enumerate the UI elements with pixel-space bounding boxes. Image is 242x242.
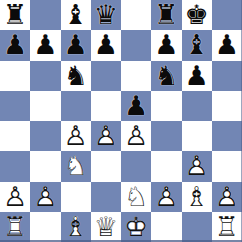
white-rook-piece[interactable]: ♜♖ <box>0 212 30 242</box>
square-a4[interactable] <box>0 121 30 151</box>
black-pawn-piece[interactable]: ♟ <box>212 30 242 60</box>
square-e3[interactable] <box>121 151 151 181</box>
square-f4[interactable] <box>151 121 181 151</box>
black-knight-piece[interactable]: ♞ <box>151 61 181 91</box>
square-g8[interactable]: ♚ <box>182 0 212 30</box>
piece-glyph-fill: ♟ <box>185 152 209 179</box>
black-pawn-piece[interactable]: ♟ <box>151 30 181 60</box>
white-knight-piece[interactable]: ♞♘ <box>121 182 151 212</box>
square-e5[interactable]: ♟ <box>121 91 151 121</box>
square-c3[interactable]: ♞♘ <box>61 151 91 181</box>
piece-glyph-fill: ♜ <box>3 1 27 28</box>
black-knight-piece[interactable]: ♞ <box>61 61 91 91</box>
piece-glyph-fill: ♟ <box>33 31 57 58</box>
square-b1[interactable] <box>30 212 60 242</box>
piece-glyph-outline: ♗ <box>185 183 209 210</box>
square-f1[interactable] <box>151 212 181 242</box>
piece-glyph-outline: ♖ <box>3 213 27 240</box>
square-a5[interactable] <box>0 91 30 121</box>
chess-board: ♜♝♛♜♚♟♟♟♟♟♝♟♞♞♟♟♟♙♟♙♟♙♞♘♟♙♟♙♟♙♞♘♟♙♝♗♟♙♜♖… <box>0 0 242 242</box>
square-a8[interactable]: ♜ <box>0 0 30 30</box>
square-e6[interactable] <box>121 61 151 91</box>
piece-glyph-outline: ♗ <box>64 213 88 240</box>
piece-glyph-fill: ♛ <box>94 213 118 240</box>
square-e1[interactable]: ♚♔ <box>121 212 151 242</box>
square-c8[interactable]: ♝ <box>61 0 91 30</box>
piece-glyph-outline: ♕ <box>94 213 118 240</box>
square-g4[interactable] <box>182 121 212 151</box>
piece-glyph-fill: ♝ <box>64 1 88 28</box>
black-rook-piece[interactable]: ♜ <box>151 0 181 30</box>
piece-glyph-outline: ♘ <box>64 152 88 179</box>
piece-glyph-fill: ♝ <box>185 183 209 210</box>
square-g6[interactable]: ♟ <box>182 61 212 91</box>
square-d6[interactable] <box>91 61 121 91</box>
black-pawn-piece[interactable]: ♟ <box>121 91 151 121</box>
square-d1[interactable]: ♛♕ <box>91 212 121 242</box>
square-f5[interactable] <box>151 91 181 121</box>
square-e8[interactable] <box>121 0 151 30</box>
square-d2[interactable] <box>91 182 121 212</box>
square-d7[interactable]: ♟ <box>91 30 121 60</box>
black-pawn-piece[interactable]: ♟ <box>91 30 121 60</box>
square-h3[interactable] <box>212 151 242 181</box>
square-f7[interactable]: ♟ <box>151 30 181 60</box>
square-h6[interactable] <box>212 61 242 91</box>
piece-glyph-fill: ♟ <box>3 31 27 58</box>
piece-glyph-fill: ♜ <box>3 213 27 240</box>
white-knight-piece[interactable]: ♞♘ <box>61 151 91 181</box>
square-g1[interactable] <box>182 212 212 242</box>
square-g2[interactable]: ♝♗ <box>182 182 212 212</box>
black-pawn-piece[interactable]: ♟ <box>182 61 212 91</box>
piece-glyph-fill: ♝ <box>185 31 209 58</box>
square-g3[interactable]: ♟♙ <box>182 151 212 181</box>
black-bishop-piece[interactable]: ♝ <box>182 30 212 60</box>
piece-glyph-outline: ♙ <box>154 183 178 210</box>
white-king-piece[interactable]: ♚♔ <box>121 212 151 242</box>
piece-glyph-fill: ♟ <box>33 183 57 210</box>
square-g5[interactable] <box>182 91 212 121</box>
piece-glyph-fill: ♟ <box>64 122 88 149</box>
square-c7[interactable]: ♟ <box>61 30 91 60</box>
piece-glyph-fill: ♟ <box>64 31 88 58</box>
piece-glyph-outline: ♙ <box>215 183 239 210</box>
piece-glyph-fill: ♟ <box>124 92 148 119</box>
white-bishop-piece[interactable]: ♝♗ <box>61 212 91 242</box>
white-pawn-piece[interactable]: ♟♙ <box>151 182 181 212</box>
square-f2[interactable]: ♟♙ <box>151 182 181 212</box>
square-h1[interactable]: ♜♖ <box>212 212 242 242</box>
square-b6[interactable] <box>30 61 60 91</box>
white-pawn-piece[interactable]: ♟♙ <box>121 121 151 151</box>
piece-glyph-outline: ♙ <box>94 122 118 149</box>
black-rook-piece[interactable]: ♜ <box>0 0 30 30</box>
piece-glyph-fill: ♟ <box>3 183 27 210</box>
square-h7[interactable]: ♟ <box>212 30 242 60</box>
black-pawn-piece[interactable]: ♟ <box>30 30 60 60</box>
piece-glyph-outline: ♔ <box>124 213 148 240</box>
square-e4[interactable]: ♟♙ <box>121 121 151 151</box>
square-e7[interactable] <box>121 30 151 60</box>
square-d3[interactable] <box>91 151 121 181</box>
piece-glyph-fill: ♚ <box>124 213 148 240</box>
white-bishop-piece[interactable]: ♝♗ <box>182 182 212 212</box>
black-pawn-piece[interactable]: ♟ <box>61 30 91 60</box>
piece-glyph-fill: ♞ <box>124 183 148 210</box>
piece-glyph-outline: ♙ <box>124 122 148 149</box>
piece-glyph-fill: ♟ <box>215 183 239 210</box>
piece-glyph-outline: ♙ <box>185 152 209 179</box>
square-c2[interactable] <box>61 182 91 212</box>
piece-glyph-fill: ♜ <box>154 1 178 28</box>
square-f8[interactable]: ♜ <box>151 0 181 30</box>
black-queen-piece[interactable]: ♛ <box>91 0 121 30</box>
piece-glyph-fill: ♟ <box>185 62 209 89</box>
square-e2[interactable]: ♞♘ <box>121 182 151 212</box>
piece-glyph-outline: ♘ <box>124 183 148 210</box>
square-g7[interactable]: ♝ <box>182 30 212 60</box>
piece-glyph-fill: ♟ <box>215 31 239 58</box>
piece-glyph-outline: ♙ <box>64 122 88 149</box>
square-c5[interactable] <box>61 91 91 121</box>
piece-glyph-fill: ♞ <box>64 152 88 179</box>
piece-glyph-fill: ♞ <box>154 62 178 89</box>
square-f3[interactable] <box>151 151 181 181</box>
white-pawn-piece[interactable]: ♟♙ <box>0 182 30 212</box>
piece-glyph-fill: ♟ <box>154 183 178 210</box>
square-d5[interactable] <box>91 91 121 121</box>
square-h8[interactable] <box>212 0 242 30</box>
black-king-piece[interactable]: ♚ <box>182 0 212 30</box>
white-rook-piece[interactable]: ♜♖ <box>212 212 242 242</box>
white-pawn-piece[interactable]: ♟♙ <box>91 121 121 151</box>
white-pawn-piece[interactable]: ♟♙ <box>30 182 60 212</box>
piece-glyph-fill: ♛ <box>94 1 118 28</box>
black-bishop-piece[interactable]: ♝ <box>61 0 91 30</box>
piece-glyph-fill: ♚ <box>185 1 209 28</box>
white-pawn-piece[interactable]: ♟♙ <box>212 182 242 212</box>
piece-glyph-fill: ♝ <box>64 213 88 240</box>
square-b4[interactable] <box>30 121 60 151</box>
square-a1[interactable]: ♜♖ <box>0 212 30 242</box>
piece-glyph-fill: ♟ <box>154 31 178 58</box>
square-d4[interactable]: ♟♙ <box>91 121 121 151</box>
white-pawn-piece[interactable]: ♟♙ <box>61 121 91 151</box>
piece-glyph-outline: ♖ <box>215 213 239 240</box>
white-pawn-piece[interactable]: ♟♙ <box>182 151 212 181</box>
piece-glyph-fill: ♟ <box>94 122 118 149</box>
square-c4[interactable]: ♟♙ <box>61 121 91 151</box>
square-b5[interactable] <box>30 91 60 121</box>
square-d8[interactable]: ♛ <box>91 0 121 30</box>
white-queen-piece[interactable]: ♛♕ <box>91 212 121 242</box>
black-pawn-piece[interactable]: ♟ <box>0 30 30 60</box>
square-c1[interactable]: ♝♗ <box>61 212 91 242</box>
square-f6[interactable]: ♞ <box>151 61 181 91</box>
piece-glyph-fill: ♜ <box>215 213 239 240</box>
square-h2[interactable]: ♟♙ <box>212 182 242 212</box>
piece-glyph-outline: ♙ <box>33 183 57 210</box>
piece-glyph-fill: ♟ <box>124 122 148 149</box>
square-b8[interactable] <box>30 0 60 30</box>
square-a3[interactable] <box>0 151 30 181</box>
piece-glyph-fill: ♞ <box>64 62 88 89</box>
square-b2[interactable]: ♟♙ <box>30 182 60 212</box>
square-c6[interactable]: ♞ <box>61 61 91 91</box>
square-a7[interactable]: ♟ <box>0 30 30 60</box>
square-b7[interactable]: ♟ <box>30 30 60 60</box>
square-a6[interactable] <box>0 61 30 91</box>
square-b3[interactable] <box>30 151 60 181</box>
square-h5[interactable] <box>212 91 242 121</box>
square-a2[interactable]: ♟♙ <box>0 182 30 212</box>
piece-glyph-outline: ♙ <box>3 183 27 210</box>
square-h4[interactable] <box>212 121 242 151</box>
piece-glyph-fill: ♟ <box>94 31 118 58</box>
